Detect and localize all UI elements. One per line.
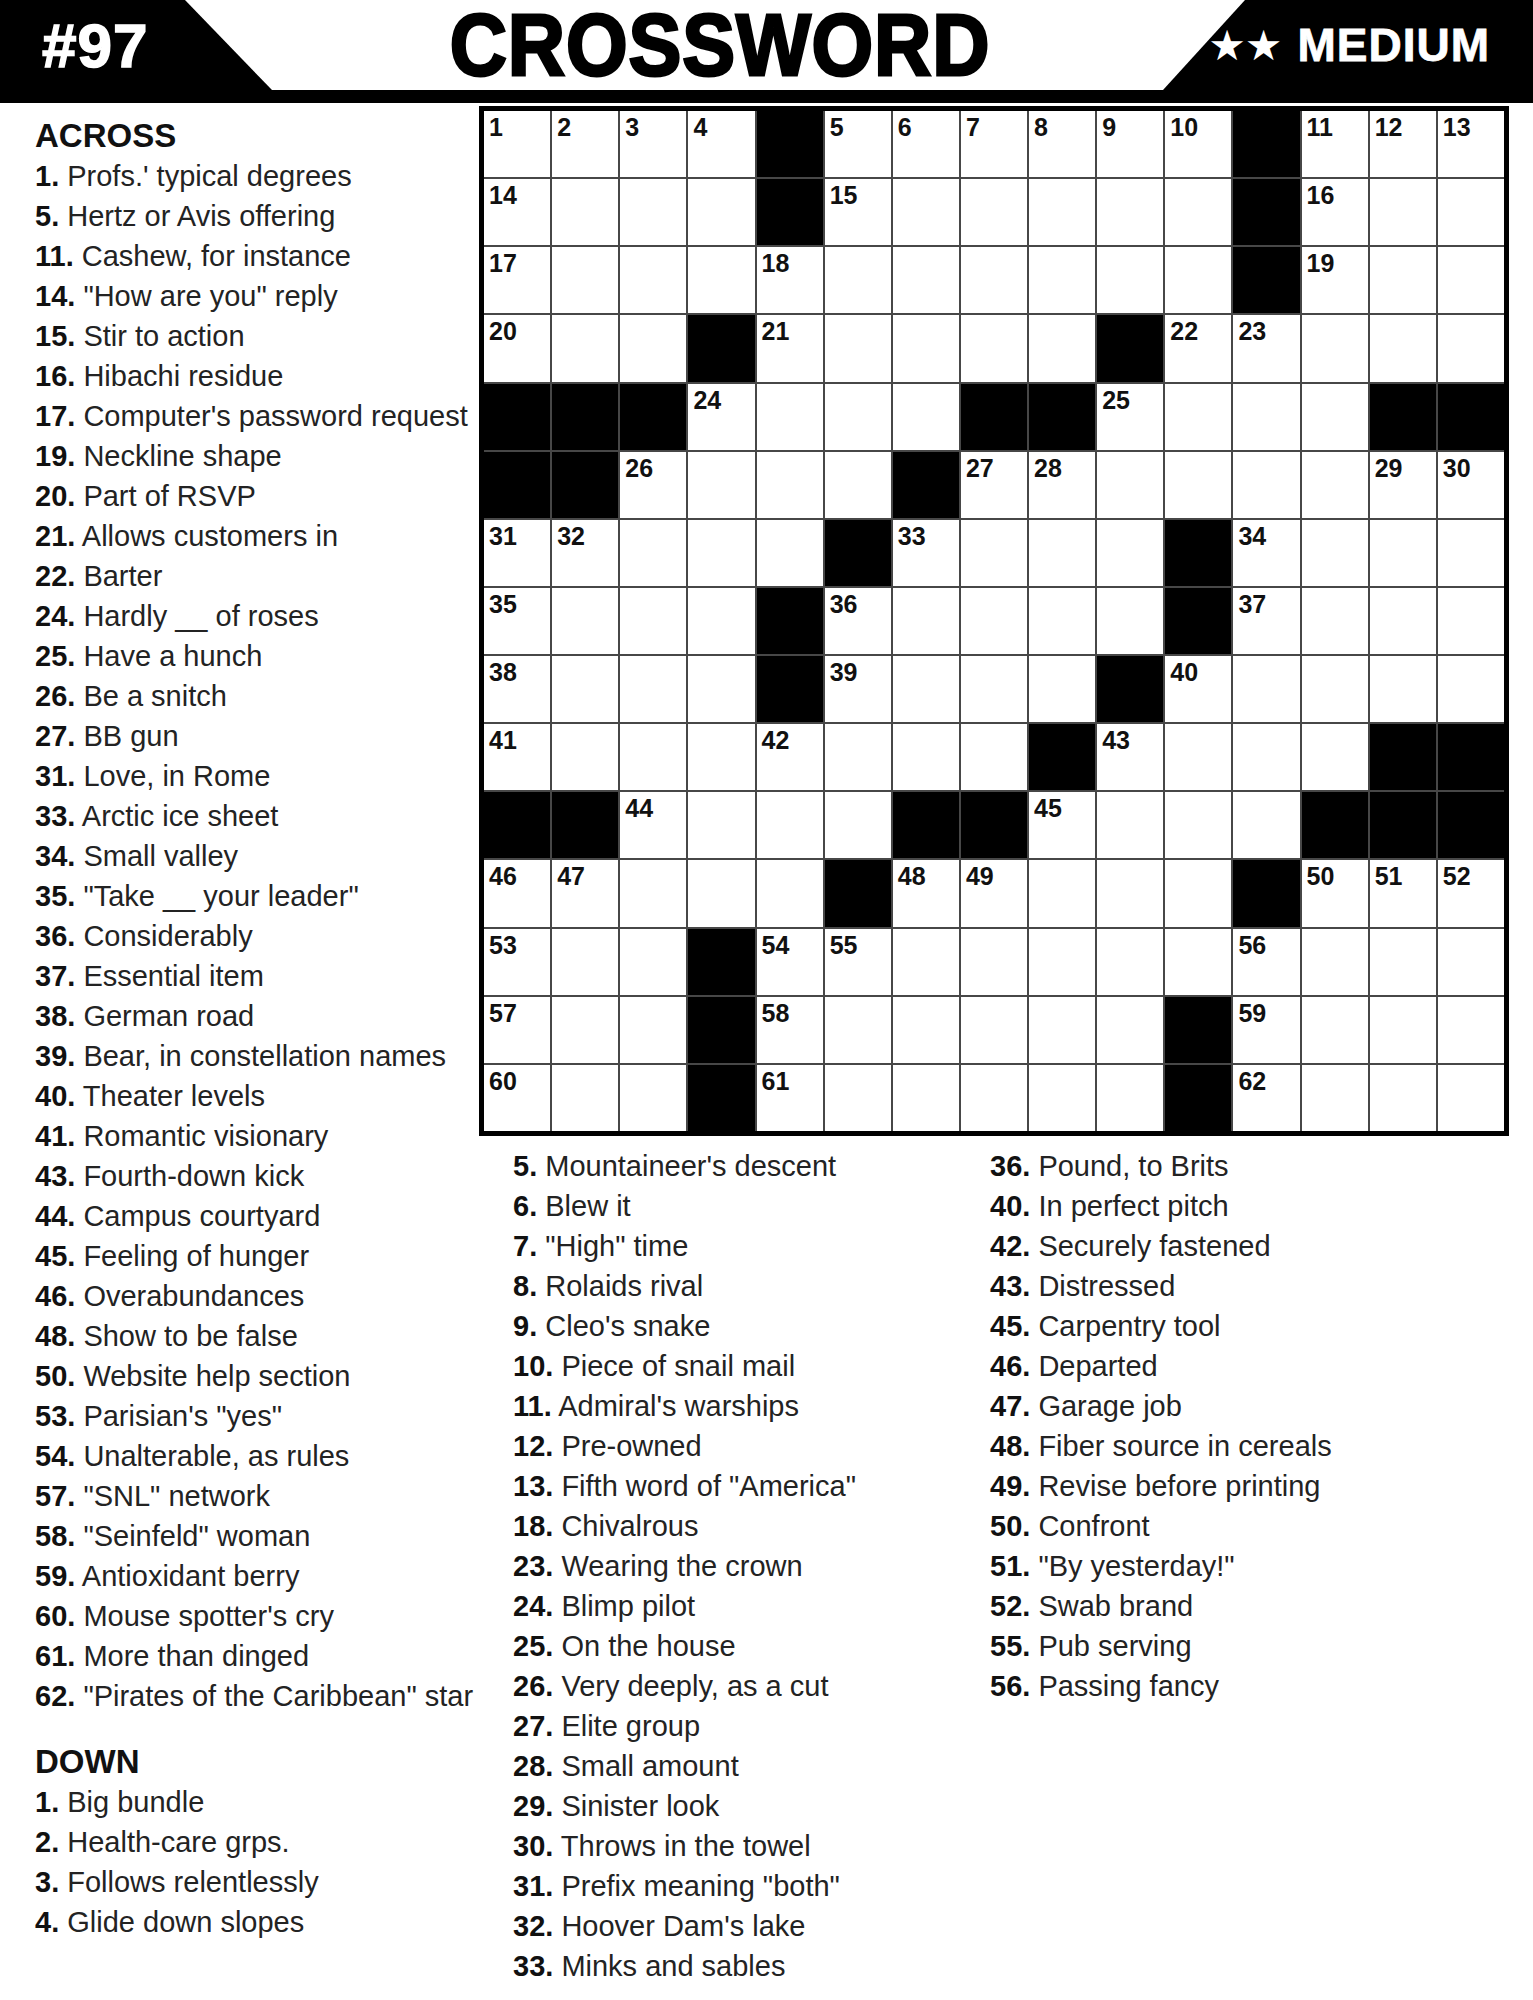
cell-r9c6[interactable]: 39 (825, 656, 891, 722)
cell-r3c15[interactable] (1438, 247, 1504, 313)
cell-number: 26 (620, 452, 686, 481)
cell-r4c12[interactable]: 23 (1233, 315, 1299, 381)
black-cell (1233, 111, 1299, 177)
cell-r9c7[interactable] (893, 656, 959, 722)
cell-r13c14[interactable] (1370, 929, 1436, 995)
cell-r3c6[interactable] (825, 247, 891, 313)
cell-r8c4[interactable] (688, 588, 754, 654)
cell-r14c9[interactable] (1029, 997, 1095, 1063)
down-clues-col2: 5. Mountaineer's descent6. Blew it7. "Hi… (513, 1146, 943, 1986)
cell-r9c1[interactable]: 38 (484, 656, 550, 722)
clue-31: 31. Love, in Rome (35, 756, 475, 796)
cell-number: 27 (961, 452, 1027, 481)
cell-r8c15[interactable] (1438, 588, 1504, 654)
cell-r2c6[interactable]: 15 (825, 179, 891, 245)
cell-r2c8[interactable] (961, 179, 1027, 245)
clue-59: 59. Antioxidant berry (35, 1556, 475, 1596)
clue-33: 33. Arctic ice sheet (35, 796, 475, 836)
cell-r10c1[interactable]: 41 (484, 724, 550, 790)
cell-r14c14[interactable] (1370, 997, 1436, 1063)
cell-r2c4[interactable] (688, 179, 754, 245)
cell-number: 49 (961, 860, 1027, 889)
cell-r10c13[interactable] (1302, 724, 1368, 790)
cell-r7c14[interactable] (1370, 520, 1436, 586)
cell-r4c6[interactable] (825, 315, 891, 381)
cell-number: 21 (757, 315, 823, 344)
clue-56: 56. Passing fancy (990, 1666, 1490, 1706)
cell-r2c13[interactable]: 16 (1302, 179, 1368, 245)
cell-r4c7[interactable] (893, 315, 959, 381)
clue-34: 34. Small valley (35, 836, 475, 876)
cell-r14c13[interactable] (1302, 997, 1368, 1063)
cell-number: 37 (1233, 588, 1299, 617)
cell-r7c12[interactable]: 34 (1233, 520, 1299, 586)
cell-r7c3[interactable] (620, 520, 686, 586)
cell-r8c8[interactable] (961, 588, 1027, 654)
clue-53: 53. Parisian's "yes" (35, 1396, 475, 1436)
clue-47: 47. Garage job (990, 1386, 1490, 1426)
black-cell (552, 792, 618, 858)
cell-r6c13[interactable] (1302, 452, 1368, 518)
cell-r15c6[interactable] (825, 1065, 891, 1131)
cell-r6c8[interactable]: 27 (961, 452, 1027, 518)
cell-r15c12[interactable]: 62 (1233, 1065, 1299, 1131)
cell-r3c8[interactable] (961, 247, 1027, 313)
cell-r9c4[interactable] (688, 656, 754, 722)
cell-r10c5[interactable]: 42 (757, 724, 823, 790)
cell-r12c2[interactable]: 47 (552, 860, 618, 926)
cell-r3c5[interactable]: 18 (757, 247, 823, 313)
cell-r6c5[interactable] (757, 452, 823, 518)
cell-r7c13[interactable] (1302, 520, 1368, 586)
cell-r11c5[interactable] (757, 792, 823, 858)
cell-r10c3[interactable] (620, 724, 686, 790)
cell-r5c11[interactable] (1165, 384, 1231, 450)
cell-r11c4[interactable] (688, 792, 754, 858)
cell-r6c12[interactable] (1233, 452, 1299, 518)
down-heading: DOWN (35, 1742, 475, 1782)
cell-number: 11 (1302, 111, 1368, 140)
cell-r13c3[interactable] (620, 929, 686, 995)
cell-r1c3[interactable]: 3 (620, 111, 686, 177)
clue-17: 17. Computer's password request (35, 396, 475, 436)
cell-number: 8 (1029, 111, 1095, 140)
cell-r7c5[interactable] (757, 520, 823, 586)
clue-15: 15. Stir to action (35, 316, 475, 356)
clue-35: 35. "Take __ your leader" (35, 876, 475, 916)
black-cell (757, 656, 823, 722)
cell-number: 48 (893, 860, 959, 889)
cell-r10c12[interactable] (1233, 724, 1299, 790)
cell-r14c10[interactable] (1097, 997, 1163, 1063)
cell-r14c7[interactable] (893, 997, 959, 1063)
cell-r6c15[interactable]: 30 (1438, 452, 1504, 518)
cell-r14c3[interactable] (620, 997, 686, 1063)
cell-r13c11[interactable] (1165, 929, 1231, 995)
cell-r2c3[interactable] (620, 179, 686, 245)
cell-r11c11[interactable] (1165, 792, 1231, 858)
cell-r9c13[interactable] (1302, 656, 1368, 722)
cell-r10c4[interactable] (688, 724, 754, 790)
cell-number: 16 (1302, 179, 1368, 208)
cell-number: 29 (1370, 452, 1436, 481)
cell-r6c10[interactable] (1097, 452, 1163, 518)
cell-number: 9 (1097, 111, 1163, 140)
cell-r13c6[interactable]: 55 (825, 929, 891, 995)
black-cell (1165, 1065, 1231, 1131)
cell-r8c12[interactable]: 37 (1233, 588, 1299, 654)
cell-r9c12[interactable] (1233, 656, 1299, 722)
page-title: CROSSWORD (414, 0, 1026, 90)
clue-22: 22. Barter (35, 556, 475, 596)
down-clues-col1: 1. Big bundle2. Health-care grps.3. Foll… (35, 1782, 475, 1942)
cell-number: 24 (688, 384, 754, 413)
cell-r6c3[interactable]: 26 (620, 452, 686, 518)
black-cell (552, 452, 618, 518)
cell-number: 56 (1233, 929, 1299, 958)
cell-number: 19 (1302, 247, 1368, 276)
clue-37: 37. Essential item (35, 956, 475, 996)
cell-r14c8[interactable] (961, 997, 1027, 1063)
cell-number: 50 (1302, 860, 1368, 889)
clue-36: 36. Pound, to Brits (990, 1146, 1490, 1186)
cell-r3c11[interactable] (1165, 247, 1231, 313)
cell-r12c3[interactable] (620, 860, 686, 926)
cell-r2c2[interactable] (552, 179, 618, 245)
cell-number: 39 (825, 656, 891, 685)
cell-r2c10[interactable] (1097, 179, 1163, 245)
cell-r10c2[interactable] (552, 724, 618, 790)
cell-r8c7[interactable] (893, 588, 959, 654)
clue-11: 11. Cashew, for instance (35, 236, 475, 276)
cell-r15c1[interactable]: 60 (484, 1065, 550, 1131)
across-clues: 1. Profs.' typical degrees5. Hertz or Av… (35, 156, 475, 1716)
cell-number: 54 (757, 929, 823, 958)
cell-r13c10[interactable] (1097, 929, 1163, 995)
cell-r10c10[interactable]: 43 (1097, 724, 1163, 790)
cell-r12c4[interactable] (688, 860, 754, 926)
cell-r6c4[interactable] (688, 452, 754, 518)
clue-54: 54. Unalterable, as rules (35, 1436, 475, 1476)
cell-r4c14[interactable] (1370, 315, 1436, 381)
cell-r7c2[interactable]: 32 (552, 520, 618, 586)
cell-number: 5 (825, 111, 891, 140)
cell-r6c6[interactable] (825, 452, 891, 518)
cell-number: 31 (484, 520, 550, 549)
cell-r8c1[interactable]: 35 (484, 588, 550, 654)
cell-number: 35 (484, 588, 550, 617)
cell-r4c15[interactable] (1438, 315, 1504, 381)
cell-r1c8[interactable]: 7 (961, 111, 1027, 177)
clue-27: 27. BB gun (35, 716, 475, 756)
cell-r13c9[interactable] (1029, 929, 1095, 995)
cell-r3c10[interactable] (1097, 247, 1163, 313)
cell-r13c5[interactable]: 54 (757, 929, 823, 995)
cell-r10c6[interactable] (825, 724, 891, 790)
cell-r6c11[interactable] (1165, 452, 1231, 518)
cell-r6c9[interactable]: 28 (1029, 452, 1095, 518)
cell-number: 61 (757, 1065, 823, 1094)
cell-number: 34 (1233, 520, 1299, 549)
cell-r1c6[interactable]: 5 (825, 111, 891, 177)
black-cell (1029, 384, 1095, 450)
cell-r2c15[interactable] (1438, 179, 1504, 245)
clue-50: 50. Confront (990, 1506, 1490, 1546)
cell-number: 18 (757, 247, 823, 276)
cell-r1c15[interactable]: 13 (1438, 111, 1504, 177)
cell-r2c9[interactable] (1029, 179, 1095, 245)
cell-r4c13[interactable] (1302, 315, 1368, 381)
cell-r7c4[interactable] (688, 520, 754, 586)
clue-21: 21. Allows customers in (35, 516, 475, 556)
black-cell (825, 520, 891, 586)
clue-column-left: ACROSS 1. Profs.' typical degrees5. Hert… (35, 116, 475, 1942)
clue-column-middle: 5. Mountaineer's descent6. Blew it7. "Hi… (513, 1146, 943, 1986)
clue-49: 49. Revise before printing (990, 1466, 1490, 1506)
cell-r3c9[interactable] (1029, 247, 1095, 313)
cell-r1c1[interactable]: 1 (484, 111, 550, 177)
cell-r13c15[interactable] (1438, 929, 1504, 995)
cell-r1c4[interactable]: 4 (688, 111, 754, 177)
cell-number: 40 (1165, 656, 1231, 685)
cell-r2c11[interactable] (1165, 179, 1231, 245)
clue-7: 7. "High" time (513, 1226, 943, 1266)
cell-r13c7[interactable] (893, 929, 959, 995)
clue-41: 41. Romantic visionary (35, 1116, 475, 1156)
crossword-grid: 1234567891011121314151617181920212223242… (479, 106, 1509, 1136)
cell-r12c13[interactable]: 50 (1302, 860, 1368, 926)
black-cell (1370, 724, 1436, 790)
cell-r5c10[interactable]: 25 (1097, 384, 1163, 450)
cell-r5c12[interactable] (1233, 384, 1299, 450)
black-cell (893, 452, 959, 518)
cell-r7c10[interactable] (1097, 520, 1163, 586)
cell-r9c3[interactable] (620, 656, 686, 722)
cell-r14c6[interactable] (825, 997, 891, 1063)
black-cell (757, 179, 823, 245)
cell-r1c10[interactable]: 9 (1097, 111, 1163, 177)
cell-r8c3[interactable] (620, 588, 686, 654)
cell-number: 53 (484, 929, 550, 958)
cell-r15c13[interactable] (1302, 1065, 1368, 1131)
cell-number: 44 (620, 792, 686, 821)
cell-r13c13[interactable] (1302, 929, 1368, 995)
cell-number: 7 (961, 111, 1027, 140)
cell-r13c1[interactable]: 53 (484, 929, 550, 995)
cell-r15c9[interactable] (1029, 1065, 1095, 1131)
cell-r1c2[interactable]: 2 (552, 111, 618, 177)
cell-r7c7[interactable]: 33 (893, 520, 959, 586)
cell-r11c10[interactable] (1097, 792, 1163, 858)
clue-23: 23. Wearing the crown (513, 1546, 943, 1586)
cell-r2c14[interactable] (1370, 179, 1436, 245)
cell-number: 4 (688, 111, 754, 140)
cell-r4c1[interactable]: 20 (484, 315, 550, 381)
clue-58: 58. "Seinfeld" woman (35, 1516, 475, 1556)
cell-r9c8[interactable] (961, 656, 1027, 722)
cell-number: 32 (552, 520, 618, 549)
clue-57: 57. "SNL" network (35, 1476, 475, 1516)
cell-r15c10[interactable] (1097, 1065, 1163, 1131)
black-cell (484, 792, 550, 858)
black-cell (757, 111, 823, 177)
cell-r5c4[interactable]: 24 (688, 384, 754, 450)
clue-8: 8. Rolaids rival (513, 1266, 943, 1306)
cell-r12c5[interactable] (757, 860, 823, 926)
black-cell (688, 929, 754, 995)
cell-r15c7[interactable] (893, 1065, 959, 1131)
clue-1: 1. Big bundle (35, 1782, 475, 1822)
cell-r5c7[interactable] (893, 384, 959, 450)
cell-r5c13[interactable] (1302, 384, 1368, 450)
cell-r14c15[interactable] (1438, 997, 1504, 1063)
cell-r4c11[interactable]: 22 (1165, 315, 1231, 381)
black-cell (757, 588, 823, 654)
cell-r8c9[interactable] (1029, 588, 1095, 654)
cell-number: 57 (484, 997, 550, 1026)
cell-r2c1[interactable]: 14 (484, 179, 550, 245)
cell-r9c14[interactable] (1370, 656, 1436, 722)
cell-r1c11[interactable]: 10 (1165, 111, 1231, 177)
cell-r1c13[interactable]: 11 (1302, 111, 1368, 177)
clue-29: 29. Sinister look (513, 1786, 943, 1826)
cell-r3c2[interactable] (552, 247, 618, 313)
cell-number: 20 (484, 315, 550, 344)
cell-r9c15[interactable] (1438, 656, 1504, 722)
cell-r8c10[interactable] (1097, 588, 1163, 654)
cell-r9c11[interactable]: 40 (1165, 656, 1231, 722)
cell-r3c13[interactable]: 19 (1302, 247, 1368, 313)
cell-r12c1[interactable]: 46 (484, 860, 550, 926)
cell-r10c11[interactable] (1165, 724, 1231, 790)
cell-r15c5[interactable]: 61 (757, 1065, 823, 1131)
cell-r4c8[interactable] (961, 315, 1027, 381)
cell-r6c14[interactable]: 29 (1370, 452, 1436, 518)
clue-50: 50. Website help section (35, 1356, 475, 1396)
cell-r14c1[interactable]: 57 (484, 997, 550, 1063)
cell-number: 15 (825, 179, 891, 208)
cell-r15c14[interactable] (1370, 1065, 1436, 1131)
cell-number: 13 (1438, 111, 1504, 140)
cell-r11c6[interactable] (825, 792, 891, 858)
black-cell (1370, 384, 1436, 450)
cell-r11c12[interactable] (1233, 792, 1299, 858)
cell-r8c14[interactable] (1370, 588, 1436, 654)
clue-45: 45. Carpentry tool (990, 1306, 1490, 1346)
clue-25: 25. On the house (513, 1626, 943, 1666)
cell-r9c9[interactable] (1029, 656, 1095, 722)
cell-r4c5[interactable]: 21 (757, 315, 823, 381)
cell-r12c8[interactable]: 49 (961, 860, 1027, 926)
cell-r7c15[interactable] (1438, 520, 1504, 586)
difficulty-label: MEDIUM (1297, 18, 1490, 72)
cell-r3c1[interactable]: 17 (484, 247, 550, 313)
cell-r12c7[interactable]: 48 (893, 860, 959, 926)
cell-r15c2[interactable] (552, 1065, 618, 1131)
cell-number: 3 (620, 111, 686, 140)
clue-36: 36. Considerably (35, 916, 475, 956)
cell-r7c8[interactable] (961, 520, 1027, 586)
cell-number: 30 (1438, 452, 1504, 481)
cell-number: 42 (757, 724, 823, 753)
cell-r1c14[interactable]: 12 (1370, 111, 1436, 177)
cell-r7c9[interactable] (1029, 520, 1095, 586)
cell-r3c4[interactable] (688, 247, 754, 313)
black-cell (1438, 384, 1504, 450)
cell-r11c9[interactable]: 45 (1029, 792, 1095, 858)
cell-r10c7[interactable] (893, 724, 959, 790)
cell-r1c9[interactable]: 8 (1029, 111, 1095, 177)
cell-number: 28 (1029, 452, 1095, 481)
cell-r5c5[interactable] (757, 384, 823, 450)
cell-number: 60 (484, 1065, 550, 1094)
cell-r14c2[interactable] (552, 997, 618, 1063)
cell-r4c9[interactable] (1029, 315, 1095, 381)
header-banner: #97 CROSSWORD ★★ MEDIUM (0, 0, 1533, 103)
clue-13: 13. Fifth word of "America" (513, 1466, 943, 1506)
black-cell (1097, 315, 1163, 381)
black-cell (688, 315, 754, 381)
cell-r4c3[interactable] (620, 315, 686, 381)
cell-r9c2[interactable] (552, 656, 618, 722)
across-heading: ACROSS (35, 116, 475, 156)
cell-r15c3[interactable] (620, 1065, 686, 1131)
cell-r12c15[interactable]: 52 (1438, 860, 1504, 926)
cell-r3c3[interactable] (620, 247, 686, 313)
cell-r4c2[interactable] (552, 315, 618, 381)
black-cell (484, 384, 550, 450)
cell-r11c3[interactable]: 44 (620, 792, 686, 858)
clue-9: 9. Cleo's snake (513, 1306, 943, 1346)
cell-r3c7[interactable] (893, 247, 959, 313)
cell-r8c13[interactable] (1302, 588, 1368, 654)
clue-14: 14. "How are you" reply (35, 276, 475, 316)
cell-r13c8[interactable] (961, 929, 1027, 995)
cell-r13c2[interactable] (552, 929, 618, 995)
black-cell (961, 792, 1027, 858)
cell-r8c6[interactable]: 36 (825, 588, 891, 654)
cell-r7c1[interactable]: 31 (484, 520, 550, 586)
cell-r2c7[interactable] (893, 179, 959, 245)
clue-2: 2. Health-care grps. (35, 1822, 475, 1862)
cell-r10c8[interactable] (961, 724, 1027, 790)
cell-number: 17 (484, 247, 550, 276)
cell-r15c15[interactable] (1438, 1065, 1504, 1131)
cell-r12c10[interactable] (1097, 860, 1163, 926)
cell-r1c7[interactable]: 6 (893, 111, 959, 177)
black-cell (893, 792, 959, 858)
cell-number: 41 (484, 724, 550, 753)
cell-r8c2[interactable] (552, 588, 618, 654)
clue-25: 25. Have a hunch (35, 636, 475, 676)
cell-number: 6 (893, 111, 959, 140)
cell-number: 23 (1233, 315, 1299, 344)
clue-24: 24. Blimp pilot (513, 1586, 943, 1626)
clue-43: 43. Fourth-down kick (35, 1156, 475, 1196)
cell-r14c12[interactable]: 59 (1233, 997, 1299, 1063)
cell-number: 52 (1438, 860, 1504, 889)
clue-12: 12. Pre-owned (513, 1426, 943, 1466)
black-cell (688, 997, 754, 1063)
cell-r12c9[interactable] (1029, 860, 1095, 926)
cell-r3c14[interactable] (1370, 247, 1436, 313)
cell-r14c5[interactable]: 58 (757, 997, 823, 1063)
cell-r12c11[interactable] (1165, 860, 1231, 926)
cell-r5c6[interactable] (825, 384, 891, 450)
cell-r12c14[interactable]: 51 (1370, 860, 1436, 926)
cell-r15c8[interactable] (961, 1065, 1027, 1131)
cell-r13c12[interactable]: 56 (1233, 929, 1299, 995)
